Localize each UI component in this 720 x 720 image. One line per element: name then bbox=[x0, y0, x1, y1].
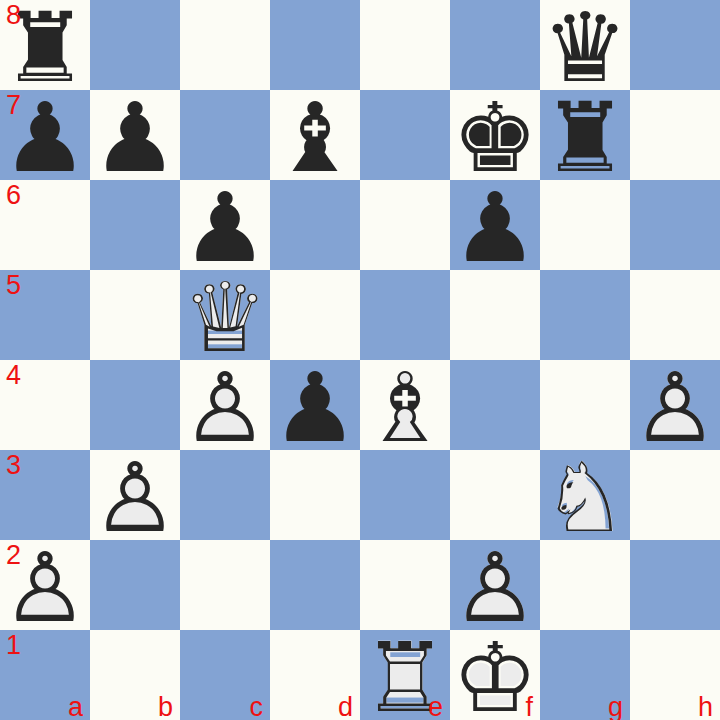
black-pawn-glyph: ♟ bbox=[90, 93, 180, 180]
square-h1[interactable]: h bbox=[630, 630, 720, 720]
square-g6[interactable] bbox=[540, 180, 630, 270]
square-f3[interactable] bbox=[450, 450, 540, 540]
piece-white-pawn[interactable]: ♟♙ bbox=[90, 450, 180, 540]
square-e2[interactable] bbox=[360, 540, 450, 630]
piece-black-rook[interactable]: ♜ bbox=[540, 90, 630, 180]
square-d5[interactable] bbox=[270, 270, 360, 360]
piece-white-pawn[interactable]: ♟♙ bbox=[180, 360, 270, 450]
piece-white-bishop[interactable]: ♝♗ bbox=[360, 360, 450, 450]
white-queen-outline: ♕ bbox=[180, 273, 270, 360]
square-g7[interactable]: ♜ bbox=[540, 90, 630, 180]
square-g3[interactable]: ♞♘ bbox=[540, 450, 630, 540]
square-c7[interactable] bbox=[180, 90, 270, 180]
square-a5[interactable]: 5 bbox=[0, 270, 90, 360]
piece-white-rook[interactable]: ♜♖ bbox=[360, 630, 450, 720]
square-e3[interactable] bbox=[360, 450, 450, 540]
piece-black-king[interactable]: ♚ bbox=[450, 90, 540, 180]
white-pawn-outline: ♙ bbox=[90, 453, 180, 540]
file-label-c: c bbox=[250, 693, 264, 720]
square-d3[interactable] bbox=[270, 450, 360, 540]
square-h3[interactable] bbox=[630, 450, 720, 540]
square-f8[interactable] bbox=[450, 0, 540, 90]
square-e8[interactable] bbox=[360, 0, 450, 90]
square-b7[interactable]: ♟ bbox=[90, 90, 180, 180]
square-d1[interactable]: d bbox=[270, 630, 360, 720]
white-pawn-outline: ♙ bbox=[180, 363, 270, 450]
square-b1[interactable]: b bbox=[90, 630, 180, 720]
white-pawn-outline: ♙ bbox=[450, 543, 540, 630]
file-label-g: g bbox=[608, 693, 623, 720]
square-g5[interactable] bbox=[540, 270, 630, 360]
black-pawn-glyph: ♟ bbox=[450, 183, 540, 270]
piece-black-bishop[interactable]: ♝ bbox=[270, 90, 360, 180]
black-pawn-glyph: ♟ bbox=[180, 183, 270, 270]
square-c4[interactable]: ♟♙ bbox=[180, 360, 270, 450]
square-h8[interactable] bbox=[630, 0, 720, 90]
square-e5[interactable] bbox=[360, 270, 450, 360]
square-c1[interactable]: c bbox=[180, 630, 270, 720]
square-f6[interactable]: ♟ bbox=[450, 180, 540, 270]
square-b8[interactable] bbox=[90, 0, 180, 90]
square-b4[interactable] bbox=[90, 360, 180, 450]
square-g4[interactable] bbox=[540, 360, 630, 450]
square-h7[interactable] bbox=[630, 90, 720, 180]
white-pawn-outline: ♙ bbox=[630, 363, 720, 450]
square-a6[interactable]: 6 bbox=[0, 180, 90, 270]
square-g1[interactable]: g bbox=[540, 630, 630, 720]
black-pawn-glyph: ♟ bbox=[270, 363, 360, 450]
piece-white-queen[interactable]: ♛♕ bbox=[180, 270, 270, 360]
piece-black-pawn[interactable]: ♟ bbox=[0, 90, 90, 180]
square-c2[interactable] bbox=[180, 540, 270, 630]
white-pawn-outline: ♙ bbox=[0, 543, 90, 630]
square-a7[interactable]: 7♟ bbox=[0, 90, 90, 180]
square-b2[interactable] bbox=[90, 540, 180, 630]
square-a2[interactable]: 2♟♙ bbox=[0, 540, 90, 630]
square-h5[interactable] bbox=[630, 270, 720, 360]
square-g2[interactable] bbox=[540, 540, 630, 630]
piece-white-pawn[interactable]: ♟♙ bbox=[450, 540, 540, 630]
file-label-d: d bbox=[338, 693, 353, 720]
square-d2[interactable] bbox=[270, 540, 360, 630]
file-label-b: b bbox=[158, 693, 173, 720]
square-c5[interactable]: ♛♕ bbox=[180, 270, 270, 360]
white-knight-outline: ♘ bbox=[540, 453, 630, 540]
rank-label-1: 1 bbox=[6, 632, 21, 659]
square-f1[interactable]: f♚♔ bbox=[450, 630, 540, 720]
square-a1[interactable]: 1a bbox=[0, 630, 90, 720]
square-h4[interactable]: ♟♙ bbox=[630, 360, 720, 450]
square-c8[interactable] bbox=[180, 0, 270, 90]
square-b6[interactable] bbox=[90, 180, 180, 270]
piece-white-pawn[interactable]: ♟♙ bbox=[630, 360, 720, 450]
square-f7[interactable]: ♚ bbox=[450, 90, 540, 180]
square-e6[interactable] bbox=[360, 180, 450, 270]
piece-white-pawn[interactable]: ♟♙ bbox=[0, 540, 90, 630]
chess-board: 8♜♛7♟♟♝♚♜6♟♟5♛♕4♟♙♟♝♗♟♙3♟♙♞♘2♟♙♟♙1abcde♜… bbox=[0, 0, 720, 720]
square-c3[interactable] bbox=[180, 450, 270, 540]
piece-white-knight[interactable]: ♞♘ bbox=[540, 450, 630, 540]
black-king-glyph: ♚ bbox=[450, 93, 540, 180]
square-h6[interactable] bbox=[630, 180, 720, 270]
square-b3[interactable]: ♟♙ bbox=[90, 450, 180, 540]
square-e4[interactable]: ♝♗ bbox=[360, 360, 450, 450]
file-label-h: h bbox=[698, 693, 713, 720]
black-rook-glyph: ♜ bbox=[0, 3, 90, 90]
square-d6[interactable] bbox=[270, 180, 360, 270]
rank-label-4: 4 bbox=[6, 362, 21, 389]
white-king-outline: ♔ bbox=[450, 633, 540, 720]
square-b5[interactable] bbox=[90, 270, 180, 360]
white-rook-outline: ♖ bbox=[360, 633, 450, 720]
square-d8[interactable] bbox=[270, 0, 360, 90]
piece-black-pawn[interactable]: ♟ bbox=[180, 180, 270, 270]
black-queen-glyph: ♛ bbox=[540, 3, 630, 90]
piece-white-king[interactable]: ♚♔ bbox=[450, 630, 540, 720]
file-label-a: a bbox=[68, 693, 83, 720]
white-bishop-outline: ♗ bbox=[360, 363, 450, 450]
square-f5[interactable] bbox=[450, 270, 540, 360]
square-c6[interactable]: ♟ bbox=[180, 180, 270, 270]
square-a8[interactable]: 8♜ bbox=[0, 0, 90, 90]
square-d7[interactable]: ♝ bbox=[270, 90, 360, 180]
square-f2[interactable]: ♟♙ bbox=[450, 540, 540, 630]
piece-black-pawn[interactable]: ♟ bbox=[90, 90, 180, 180]
black-pawn-glyph: ♟ bbox=[0, 93, 90, 180]
square-e1[interactable]: e♜♖ bbox=[360, 630, 450, 720]
rank-label-5: 5 bbox=[6, 272, 21, 299]
piece-black-rook[interactable]: ♜ bbox=[0, 0, 90, 90]
square-a4[interactable]: 4 bbox=[0, 360, 90, 450]
piece-black-pawn[interactable]: ♟ bbox=[450, 180, 540, 270]
piece-black-pawn[interactable]: ♟ bbox=[270, 360, 360, 450]
rank-label-3: 3 bbox=[6, 452, 21, 479]
rank-label-6: 6 bbox=[6, 182, 21, 209]
square-f4[interactable] bbox=[450, 360, 540, 450]
square-a3[interactable]: 3 bbox=[0, 450, 90, 540]
square-g8[interactable]: ♛ bbox=[540, 0, 630, 90]
square-e7[interactable] bbox=[360, 90, 450, 180]
piece-black-queen[interactable]: ♛ bbox=[540, 0, 630, 90]
black-bishop-glyph: ♝ bbox=[270, 93, 360, 180]
square-d4[interactable]: ♟ bbox=[270, 360, 360, 450]
square-h2[interactable] bbox=[630, 540, 720, 630]
black-rook-glyph: ♜ bbox=[540, 93, 630, 180]
